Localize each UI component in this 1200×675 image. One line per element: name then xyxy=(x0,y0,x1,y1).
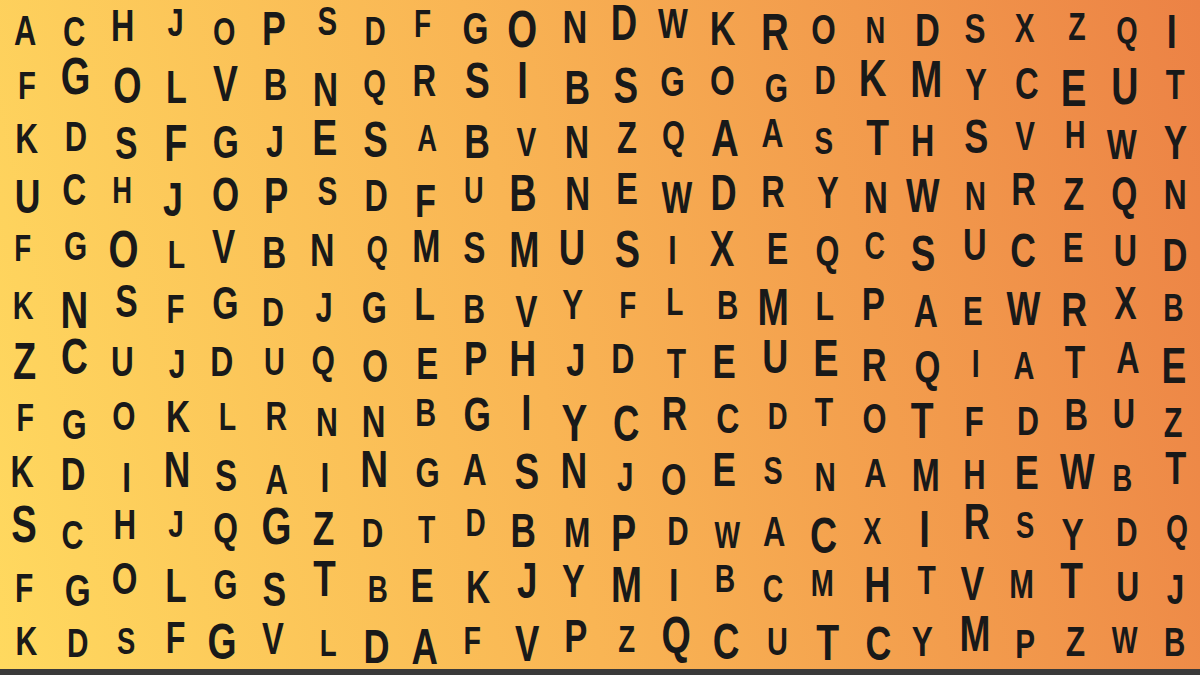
grid-cell-r7c23[interactable]: A xyxy=(1100,335,1150,391)
grid-cell-r2c19[interactable]: M xyxy=(900,56,950,112)
grid-cell-r6c16[interactable]: M xyxy=(750,279,800,335)
letter-glyph: L xyxy=(667,283,684,321)
grid-cell-r4c22[interactable]: Z xyxy=(1050,167,1100,223)
grid-cell-r9c20[interactable]: H xyxy=(950,446,1000,502)
grid-cell-r12c16[interactable]: U xyxy=(750,613,800,669)
grid-cell-r10c17[interactable]: C xyxy=(800,502,850,558)
grid-cell-r5c23[interactable]: U xyxy=(1100,223,1150,279)
grid-cell-r7c11[interactable]: H xyxy=(500,335,550,391)
grid-cell-r1c13[interactable]: D xyxy=(600,0,650,56)
grid-cell-r3c11[interactable]: V xyxy=(500,112,550,168)
grid-cell-r9c9[interactable]: G xyxy=(400,446,450,502)
grid-cell-r1c1[interactable]: A xyxy=(0,0,50,56)
grid-cell-r2c7[interactable]: N xyxy=(300,56,350,112)
grid-cell-r11c14[interactable]: I xyxy=(650,558,700,614)
grid-cell-r4c24[interactable]: N xyxy=(1150,167,1200,223)
letter-glyph: E xyxy=(312,111,337,162)
grid-cell-r7c19[interactable]: Q xyxy=(900,335,950,391)
grid-cell-r2c14[interactable]: G xyxy=(650,56,700,112)
grid-cell-r6c3[interactable]: S xyxy=(100,279,150,335)
grid-cell-r10c16[interactable]: A xyxy=(750,502,800,558)
grid-cell-r5c20[interactable]: U xyxy=(950,223,1000,279)
grid-cell-r5c4[interactable]: L xyxy=(150,223,200,279)
letter-glyph: T xyxy=(313,555,335,605)
grid-cell-r7c9[interactable]: E xyxy=(400,335,450,391)
grid-cell-r6c13[interactable]: F xyxy=(600,279,650,335)
grid-cell-r9c21[interactable]: E xyxy=(1000,446,1050,502)
grid-cell-r6c19[interactable]: A xyxy=(900,279,950,335)
grid-cell-r1c4[interactable]: J xyxy=(150,0,200,56)
grid-cell-r5c24[interactable]: D xyxy=(1150,223,1200,279)
grid-cell-r7c5[interactable]: D xyxy=(200,335,250,391)
grid-cell-r11c23[interactable]: U xyxy=(1100,558,1150,614)
grid-cell-r4c5[interactable]: O xyxy=(200,167,250,223)
grid-cell-r1c16[interactable]: R xyxy=(750,0,800,56)
grid-cell-r3c10[interactable]: B xyxy=(450,112,500,168)
grid-cell-r10c2[interactable]: C xyxy=(50,502,100,558)
grid-cell-r5c17[interactable]: Q xyxy=(800,223,850,279)
grid-cell-r12c3[interactable]: S xyxy=(100,613,150,669)
grid-cell-r12c5[interactable]: G xyxy=(200,613,250,669)
grid-cell-r7c17[interactable]: E xyxy=(800,335,850,391)
grid-cell-r7c6[interactable]: U xyxy=(250,335,300,391)
grid-cell-r4c20[interactable]: N xyxy=(950,167,1000,223)
grid-cell-r6c17[interactable]: L xyxy=(800,279,850,335)
grid-cell-r2c23[interactable]: U xyxy=(1100,56,1150,112)
grid-cell-r11c12[interactable]: Y xyxy=(550,558,600,614)
grid-cell-r4c8[interactable]: D xyxy=(350,167,400,223)
letter-glyph: H xyxy=(963,453,985,495)
grid-cell-r9c6[interactable]: A xyxy=(250,446,300,502)
grid-cell-r3c21[interactable]: V xyxy=(1000,112,1050,168)
grid-cell-r4c14[interactable]: W xyxy=(650,167,700,223)
grid-cell-r9c3[interactable]: I xyxy=(100,446,150,502)
grid-cell-r8c10[interactable]: G xyxy=(450,390,500,446)
grid-cell-r12c17[interactable]: T xyxy=(800,613,850,669)
grid-cell-r2c8[interactable]: Q xyxy=(350,56,400,112)
grid-cell-r2c2[interactable]: G xyxy=(50,56,100,112)
grid-cell-r2c3[interactable]: O xyxy=(100,56,150,112)
grid-cell-r8c22[interactable]: B xyxy=(1050,390,1100,446)
letter-glyph: U xyxy=(767,622,788,661)
grid-cell-r5c14[interactable]: I xyxy=(650,223,700,279)
grid-cell-r10c21[interactable]: S xyxy=(1000,502,1050,558)
grid-cell-r11c24[interactable]: J xyxy=(1150,558,1200,614)
grid-cell-r6c21[interactable]: W xyxy=(1000,279,1050,335)
grid-cell-r4c9[interactable]: F xyxy=(400,167,450,223)
grid-cell-r7c3[interactable]: U xyxy=(100,335,150,391)
grid-cell-r3c6[interactable]: J xyxy=(250,112,300,168)
grid-cell-r8c8[interactable]: N xyxy=(350,390,400,446)
grid-cell-r10c8[interactable]: D xyxy=(350,502,400,558)
grid-cell-r7c2[interactable]: C xyxy=(50,335,100,391)
grid-cell-r5c15[interactable]: X xyxy=(700,223,750,279)
grid-cell-r6c9[interactable]: L xyxy=(400,279,450,335)
grid-cell-r11c17[interactable]: M xyxy=(800,558,850,614)
grid-cell-r6c15[interactable]: B xyxy=(700,279,750,335)
grid-cell-r12c20[interactable]: M xyxy=(950,613,1000,669)
grid-cell-r5c11[interactable]: M xyxy=(500,223,550,279)
grid-cell-r8c9[interactable]: B xyxy=(400,390,450,446)
grid-cell-r11c10[interactable]: K xyxy=(450,558,500,614)
grid-cell-r7c4[interactable]: J xyxy=(150,335,200,391)
grid-cell-r11c16[interactable]: C xyxy=(750,558,800,614)
grid-cell-r12c4[interactable]: F xyxy=(150,613,200,669)
grid-cell-r8c15[interactable]: C xyxy=(700,390,750,446)
grid-cell-r7c18[interactable]: R xyxy=(850,335,900,391)
grid-cell-r12c18[interactable]: C xyxy=(850,613,900,669)
grid-cell-r5c2[interactable]: G xyxy=(50,223,100,279)
grid-cell-r3c18[interactable]: T xyxy=(850,112,900,168)
grid-cell-r2c1[interactable]: F xyxy=(0,56,50,112)
grid-cell-r7c20[interactable]: I xyxy=(950,335,1000,391)
grid-cell-r10c11[interactable]: B xyxy=(500,502,550,558)
grid-cell-r5c12[interactable]: U xyxy=(550,223,600,279)
grid-cell-r11c22[interactable]: T xyxy=(1050,558,1100,614)
grid-cell-r2c21[interactable]: C xyxy=(1000,56,1050,112)
grid-cell-r8c18[interactable]: O xyxy=(850,390,900,446)
grid-cell-r12c6[interactable]: V xyxy=(250,613,300,669)
grid-cell-r2c20[interactable]: Y xyxy=(950,56,1000,112)
letter-glyph: O xyxy=(710,59,735,102)
grid-cell-r11c9[interactable]: E xyxy=(400,558,450,614)
grid-cell-r7c8[interactable]: O xyxy=(350,335,400,391)
grid-cell-r6c22[interactable]: R xyxy=(1050,279,1100,335)
grid-cell-r3c9[interactable]: A xyxy=(400,112,450,168)
grid-cell-r6c10[interactable]: B xyxy=(450,279,500,335)
grid-cell-r1c3[interactable]: H xyxy=(100,0,150,56)
grid-cell-r1c7[interactable]: S xyxy=(300,0,350,56)
grid-cell-r9c18[interactable]: A xyxy=(850,446,900,502)
grid-cell-r4c23[interactable]: Q xyxy=(1100,167,1150,223)
grid-cell-r1c14[interactable]: W xyxy=(650,0,700,56)
grid-cell-r9c23[interactable]: B xyxy=(1100,446,1150,502)
grid-cell-r8c24[interactable]: Z xyxy=(1150,390,1200,446)
grid-cell-r2c12[interactable]: B xyxy=(550,56,600,112)
grid-cell-r2c11[interactable]: I xyxy=(500,56,550,112)
grid-cell-r5c9[interactable]: M xyxy=(400,223,450,279)
grid-cell-r4c17[interactable]: Y xyxy=(800,167,850,223)
grid-cell-r9c13[interactable]: J xyxy=(600,446,650,502)
letter-glyph: M xyxy=(910,53,942,105)
grid-cell-r5c6[interactable]: B xyxy=(250,223,300,279)
grid-cell-r4c11[interactable]: B xyxy=(500,167,550,223)
grid-cell-r9c16[interactable]: S xyxy=(750,446,800,502)
grid-cell-r9c1[interactable]: K xyxy=(0,446,50,502)
grid-cell-r3c19[interactable]: H xyxy=(900,112,950,168)
grid-cell-r1c8[interactable]: D xyxy=(350,0,400,56)
grid-cell-r7c21[interactable]: A xyxy=(1000,335,1050,391)
grid-cell-r8c2[interactable]: G xyxy=(50,390,100,446)
grid-cell-r1c6[interactable]: P xyxy=(250,0,300,56)
grid-cell-r3c17[interactable]: S xyxy=(800,112,850,168)
grid-cell-r4c4[interactable]: J xyxy=(150,167,200,223)
grid-cell-r6c11[interactable]: V xyxy=(500,279,550,335)
grid-cell-r11c19[interactable]: T xyxy=(900,558,950,614)
grid-cell-r3c16[interactable]: A xyxy=(750,112,800,168)
letter-glyph: L xyxy=(168,236,185,275)
grid-cell-r9c12[interactable]: N xyxy=(550,446,600,502)
grid-cell-r11c21[interactable]: M xyxy=(1000,558,1050,614)
grid-cell-r8c19[interactable]: T xyxy=(900,390,950,446)
grid-cell-r11c6[interactable]: S xyxy=(250,558,300,614)
grid-cell-r12c22[interactable]: Z xyxy=(1050,613,1100,669)
grid-cell-r3c15[interactable]: A xyxy=(700,112,750,168)
grid-cell-r4c13[interactable]: E xyxy=(600,167,650,223)
grid-cell-r12c14[interactable]: Q xyxy=(650,613,700,669)
grid-cell-r5c21[interactable]: C xyxy=(1000,223,1050,279)
grid-cell-r9c7[interactable]: I xyxy=(300,446,350,502)
grid-cell-r9c17[interactable]: N xyxy=(800,446,850,502)
grid-cell-r10c23[interactable]: D xyxy=(1100,502,1150,558)
grid-cell-r11c7[interactable]: T xyxy=(300,558,350,614)
grid-cell-r9c22[interactable]: W xyxy=(1050,446,1100,502)
grid-cell-r5c13[interactable]: S xyxy=(600,223,650,279)
grid-cell-r5c5[interactable]: V xyxy=(200,223,250,279)
grid-cell-r3c22[interactable]: H xyxy=(1050,112,1100,168)
grid-cell-r8c6[interactable]: R xyxy=(250,390,300,446)
grid-cell-r9c15[interactable]: E xyxy=(700,446,750,502)
grid-cell-r5c8[interactable]: Q xyxy=(350,223,400,279)
grid-cell-r2c24[interactable]: T xyxy=(1150,56,1200,112)
letter-glyph: U xyxy=(762,332,788,381)
grid-cell-r4c3[interactable]: H xyxy=(100,167,150,223)
grid-cell-r6c14[interactable]: L xyxy=(650,279,700,335)
grid-cell-r5c19[interactable]: S xyxy=(900,223,950,279)
grid-cell-r4c10[interactable]: U xyxy=(450,167,500,223)
grid-cell-r1c10[interactable]: G xyxy=(450,0,500,56)
letter-glyph: N xyxy=(1164,174,1187,217)
grid-cell-r5c1[interactable]: F xyxy=(0,223,50,279)
grid-cell-r6c5[interactable]: G xyxy=(200,279,250,335)
grid-cell-r9c5[interactable]: S xyxy=(200,446,250,502)
grid-cell-r7c16[interactable]: U xyxy=(750,335,800,391)
grid-cell-r5c18[interactable]: C xyxy=(850,223,900,279)
grid-cell-r6c18[interactable]: P xyxy=(850,279,900,335)
grid-cell-r10c10[interactable]: D xyxy=(450,502,500,558)
grid-cell-r11c2[interactable]: G xyxy=(50,558,100,614)
grid-cell-r3c5[interactable]: G xyxy=(200,112,250,168)
grid-cell-r12c1[interactable]: K xyxy=(0,613,50,669)
grid-cell-r3c4[interactable]: F xyxy=(150,112,200,168)
grid-cell-r1c24[interactable]: I xyxy=(1150,0,1200,56)
grid-cell-r6c4[interactable]: F xyxy=(150,279,200,335)
grid-cell-r3c20[interactable]: S xyxy=(950,112,1000,168)
grid-cell-r12c19[interactable]: Y xyxy=(900,613,950,669)
grid-cell-r10c18[interactable]: X xyxy=(850,502,900,558)
grid-cell-r9c8[interactable]: N xyxy=(350,446,400,502)
grid-cell-r6c7[interactable]: J xyxy=(300,279,350,335)
grid-cell-r7c1[interactable]: Z xyxy=(0,335,50,391)
grid-cell-r2c13[interactable]: S xyxy=(600,56,650,112)
grid-cell-r11c4[interactable]: L xyxy=(150,558,200,614)
grid-cell-r7c14[interactable]: T xyxy=(650,335,700,391)
grid-cell-r11c5[interactable]: G xyxy=(200,558,250,614)
grid-cell-r8c20[interactable]: F xyxy=(950,390,1000,446)
grid-cell-r9c19[interactable]: M xyxy=(900,446,950,502)
grid-cell-r3c3[interactable]: S xyxy=(100,112,150,168)
grid-cell-r1c11[interactable]: O xyxy=(500,0,550,56)
grid-cell-r2c17[interactable]: D xyxy=(800,56,850,112)
grid-cell-r1c9[interactable]: F xyxy=(400,0,450,56)
grid-cell-r12c8[interactable]: D xyxy=(350,613,400,669)
grid-cell-r8c4[interactable]: K xyxy=(150,390,200,446)
grid-cell-r7c22[interactable]: T xyxy=(1050,335,1100,391)
grid-cell-r7c15[interactable]: E xyxy=(700,335,750,391)
grid-cell-r10c9[interactable]: T xyxy=(400,502,450,558)
grid-cell-r1c15[interactable]: K xyxy=(700,0,750,56)
grid-cell-r3c2[interactable]: D xyxy=(50,112,100,168)
grid-cell-r12c21[interactable]: P xyxy=(1000,613,1050,669)
grid-cell-r12c7[interactable]: L xyxy=(300,613,350,669)
grid-cell-r11c1[interactable]: F xyxy=(0,558,50,614)
grid-cell-r10c14[interactable]: D xyxy=(650,502,700,558)
grid-cell-r3c24[interactable]: Y xyxy=(1150,112,1200,168)
grid-cell-r4c15[interactable]: D xyxy=(700,167,750,223)
grid-cell-r12c12[interactable]: P xyxy=(550,613,600,669)
grid-cell-r2c6[interactable]: B xyxy=(250,56,300,112)
grid-cell-r11c3[interactable]: O xyxy=(100,558,150,614)
grid-cell-r11c15[interactable]: B xyxy=(700,558,750,614)
grid-cell-r3c1[interactable]: K xyxy=(0,112,50,168)
grid-cell-r10c20[interactable]: R xyxy=(950,502,1000,558)
grid-cell-r10c7[interactable]: Z xyxy=(300,502,350,558)
grid-cell-r6c20[interactable]: E xyxy=(950,279,1000,335)
grid-cell-r1c17[interactable]: O xyxy=(800,0,850,56)
grid-cell-r12c11[interactable]: V xyxy=(500,613,550,669)
grid-cell-r5c3[interactable]: O xyxy=(100,223,150,279)
grid-cell-r2c5[interactable]: V xyxy=(200,56,250,112)
grid-cell-r7c24[interactable]: E xyxy=(1150,335,1200,391)
grid-cell-r10c3[interactable]: H xyxy=(100,502,150,558)
letter-glyph: K xyxy=(709,5,735,53)
grid-cell-r12c13[interactable]: Z xyxy=(600,613,650,669)
grid-cell-r9c10[interactable]: A xyxy=(450,446,500,502)
grid-cell-r10c1[interactable]: S xyxy=(0,502,50,558)
grid-cell-r8c3[interactable]: O xyxy=(100,390,150,446)
grid-cell-r4c16[interactable]: R xyxy=(750,167,800,223)
grid-cell-r10c12[interactable]: M xyxy=(550,502,600,558)
grid-cell-r8c12[interactable]: Y xyxy=(550,390,600,446)
grid-cell-r2c9[interactable]: R xyxy=(400,56,450,112)
letter-glyph: H xyxy=(865,561,891,610)
grid-cell-r1c12[interactable]: N xyxy=(550,0,600,56)
grid-cell-r1c20[interactable]: S xyxy=(950,0,1000,56)
grid-cell-r10c6[interactable]: G xyxy=(250,502,300,558)
grid-cell-r10c24[interactable]: Q xyxy=(1150,502,1200,558)
grid-cell-r6c23[interactable]: X xyxy=(1100,279,1150,335)
grid-cell-r2c22[interactable]: E xyxy=(1050,56,1100,112)
grid-cell-r10c22[interactable]: Y xyxy=(1050,502,1100,558)
grid-cell-r9c4[interactable]: N xyxy=(150,446,200,502)
grid-cell-r8c23[interactable]: U xyxy=(1100,390,1150,446)
grid-cell-r4c7[interactable]: S xyxy=(300,167,350,223)
grid-cell-r3c8[interactable]: S xyxy=(350,112,400,168)
grid-cell-r4c12[interactable]: N xyxy=(550,167,600,223)
grid-cell-r2c16[interactable]: G xyxy=(750,56,800,112)
grid-cell-r1c5[interactable]: O xyxy=(200,0,250,56)
grid-cell-r8c17[interactable]: T xyxy=(800,390,850,446)
grid-cell-r9c14[interactable]: O xyxy=(650,446,700,502)
grid-cell-r8c21[interactable]: D xyxy=(1000,390,1050,446)
grid-cell-r12c2[interactable]: D xyxy=(50,613,100,669)
grid-cell-r8c7[interactable]: N xyxy=(300,390,350,446)
grid-cell-r1c19[interactable]: D xyxy=(900,0,950,56)
grid-cell-r9c2[interactable]: D xyxy=(50,446,100,502)
grid-cell-r2c18[interactable]: K xyxy=(850,56,900,112)
grid-cell-r12c23[interactable]: W xyxy=(1100,613,1150,669)
grid-cell-r3c7[interactable]: E xyxy=(300,112,350,168)
grid-cell-r12c15[interactable]: C xyxy=(700,613,750,669)
grid-cell-r12c9[interactable]: A xyxy=(400,613,450,669)
grid-cell-r6c8[interactable]: G xyxy=(350,279,400,335)
grid-cell-r7c12[interactable]: J xyxy=(550,335,600,391)
grid-cell-r4c19[interactable]: W xyxy=(900,167,950,223)
grid-cell-r5c22[interactable]: E xyxy=(1050,223,1100,279)
grid-cell-r2c15[interactable]: O xyxy=(700,56,750,112)
grid-cell-r3c13[interactable]: Z xyxy=(600,112,650,168)
grid-cell-r3c12[interactable]: N xyxy=(550,112,600,168)
grid-cell-r5c10[interactable]: S xyxy=(450,223,500,279)
grid-cell-r11c8[interactable]: B xyxy=(350,558,400,614)
grid-cell-r6c24[interactable]: B xyxy=(1150,279,1200,335)
grid-cell-r10c19[interactable]: I xyxy=(900,502,950,558)
grid-cell-r4c6[interactable]: P xyxy=(250,167,300,223)
grid-cell-r8c5[interactable]: L xyxy=(200,390,250,446)
grid-cell-r1c22[interactable]: Z xyxy=(1050,0,1100,56)
grid-cell-r9c11[interactable]: S xyxy=(500,446,550,502)
grid-cell-r11c18[interactable]: H xyxy=(850,558,900,614)
grid-cell-r4c21[interactable]: R xyxy=(1000,167,1050,223)
grid-cell-r5c16[interactable]: E xyxy=(750,223,800,279)
grid-cell-r11c11[interactable]: J xyxy=(500,558,550,614)
grid-cell-r6c12[interactable]: Y xyxy=(550,279,600,335)
grid-cell-r4c1[interactable]: U xyxy=(0,167,50,223)
grid-cell-r1c21[interactable]: X xyxy=(1000,0,1050,56)
grid-cell-r12c24[interactable]: B xyxy=(1150,613,1200,669)
grid-cell-r7c10[interactable]: P xyxy=(450,335,500,391)
grid-cell-r4c2[interactable]: C xyxy=(50,167,100,223)
grid-cell-r2c4[interactable]: L xyxy=(150,56,200,112)
letter-glyph: P xyxy=(862,281,885,328)
letter-glyph: B xyxy=(262,232,286,277)
grid-cell-r10c5[interactable]: Q xyxy=(200,502,250,558)
grid-cell-r1c23[interactable]: Q xyxy=(1100,0,1150,56)
grid-cell-r11c20[interactable]: V xyxy=(950,558,1000,614)
grid-cell-r11c13[interactable]: M xyxy=(600,558,650,614)
grid-cell-r2c10[interactable]: S xyxy=(450,56,500,112)
grid-cell-r8c13[interactable]: C xyxy=(600,390,650,446)
grid-cell-r10c15[interactable]: W xyxy=(700,502,750,558)
grid-cell-r7c7[interactable]: Q xyxy=(300,335,350,391)
grid-cell-r10c13[interactable]: P xyxy=(600,502,650,558)
grid-cell-r4c18[interactable]: N xyxy=(850,167,900,223)
grid-cell-r8c14[interactable]: R xyxy=(650,390,700,446)
grid-cell-r6c2[interactable]: N xyxy=(50,279,100,335)
grid-cell-r9c24[interactable]: T xyxy=(1150,446,1200,502)
grid-cell-r8c1[interactable]: F xyxy=(0,390,50,446)
grid-cell-r8c16[interactable]: D xyxy=(750,390,800,446)
grid-cell-r5c7[interactable]: N xyxy=(300,223,350,279)
grid-cell-r3c23[interactable]: W xyxy=(1100,112,1150,168)
grid-cell-r3c14[interactable]: Q xyxy=(650,112,700,168)
grid-cell-r6c1[interactable]: K xyxy=(0,279,50,335)
grid-cell-r12c10[interactable]: F xyxy=(450,613,500,669)
grid-cell-r7c13[interactable]: D xyxy=(600,335,650,391)
grid-cell-r10c4[interactable]: J xyxy=(150,502,200,558)
grid-cell-r6c6[interactable]: D xyxy=(250,279,300,335)
grid-cell-r8c11[interactable]: I xyxy=(500,390,550,446)
